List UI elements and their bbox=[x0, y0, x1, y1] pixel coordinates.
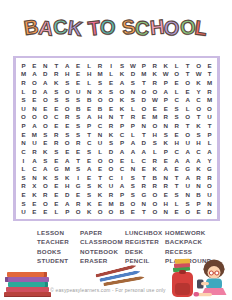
word-list-item: LESSON bbox=[37, 228, 69, 237]
grid-cell-r18c3: E bbox=[40, 207, 51, 216]
grid-cell-r7c7: A bbox=[84, 113, 95, 122]
grid-cell-r16c1: E bbox=[18, 190, 29, 199]
grid-cell-r18c4: L bbox=[51, 207, 62, 216]
grid-cell-r11c2: R bbox=[29, 147, 40, 156]
grid-cell-r17c16: S bbox=[182, 199, 193, 208]
grid-cell-r1c3: N bbox=[40, 61, 51, 70]
grid-cell-r1c14: K bbox=[160, 61, 171, 70]
grid-cell-r9c3: S bbox=[40, 130, 51, 139]
grid-cell-r12c11: L bbox=[127, 156, 138, 165]
grid-cell-r11c13: L bbox=[149, 147, 160, 156]
grid-cell-r14c12: T bbox=[138, 173, 149, 182]
grid-cell-r13c15: E bbox=[171, 164, 182, 173]
book-spine-icon bbox=[4, 292, 51, 297]
grid-cell-r3c16: O bbox=[182, 78, 193, 87]
grid-cell-r11c17: C bbox=[193, 147, 204, 156]
grid-cell-r6c6: B bbox=[73, 104, 84, 113]
grid-cell-r10c11: A bbox=[127, 138, 138, 147]
grid-cell-r16c5: D bbox=[62, 190, 73, 199]
grid-cell-r12c17: A bbox=[193, 156, 204, 165]
grid-cell-r18c6: O bbox=[73, 207, 84, 216]
grid-cell-r6c3: E bbox=[40, 104, 51, 113]
grid-cell-r16c11: S bbox=[127, 190, 138, 199]
grid-cell-r13c4: G bbox=[51, 164, 62, 173]
grid-cell-r12c13: R bbox=[149, 156, 160, 165]
grid-cell-r16c4: E bbox=[51, 190, 62, 199]
grid-cell-r13c8: E bbox=[95, 164, 106, 173]
grid-cell-r9c16: O bbox=[182, 130, 193, 139]
grid-cell-r4c12: O bbox=[138, 87, 149, 96]
grid-cell-r4c1: L bbox=[18, 87, 29, 96]
grid-cell-r15c12: R bbox=[138, 182, 149, 191]
grid-cell-r11c7: S bbox=[84, 147, 95, 156]
word-list-item: PAPER bbox=[80, 228, 123, 237]
grid-cell-r10c13: S bbox=[149, 138, 160, 147]
grid-cell-r14c17: R bbox=[193, 173, 204, 182]
word-list-item: RECESS bbox=[165, 247, 211, 256]
grid-cell-r6c14: E bbox=[160, 104, 171, 113]
grid-cell-r15c18: O bbox=[204, 182, 215, 191]
grid-cell-r6c7: E bbox=[84, 104, 95, 113]
grid-cell-r13c5: M bbox=[62, 164, 73, 173]
grid-cell-r2c5: H bbox=[62, 70, 73, 79]
grid-cell-r7c12: E bbox=[138, 113, 149, 122]
word-list-item: TEACHER bbox=[37, 237, 69, 246]
grid-cell-r14c13: B bbox=[149, 173, 160, 182]
girl-icon bbox=[194, 260, 227, 297]
grid-cell-r15c15: T bbox=[171, 182, 182, 191]
grid-cell-r15c13: R bbox=[149, 182, 160, 191]
word-list-item: HOMEWORK bbox=[165, 228, 211, 237]
grid-cell-r5c8: O bbox=[95, 95, 106, 104]
grid-cell-r5c11: S bbox=[127, 95, 138, 104]
grid-cell-r15c6: G bbox=[73, 182, 84, 191]
grid-cell-r8c10: P bbox=[117, 121, 128, 130]
grid-cell-r10c17: H bbox=[193, 138, 204, 147]
grid-cell-r17c10: B bbox=[117, 199, 128, 208]
grid-cell-r5c18: M bbox=[204, 95, 215, 104]
grid-cell-r4c14: A bbox=[160, 87, 171, 96]
grid-cell-r14c6: I bbox=[73, 173, 84, 182]
grid-cell-r9c9: K bbox=[106, 130, 117, 139]
grid-cell-r16c12: G bbox=[138, 190, 149, 199]
grid-cell-r3c18: M bbox=[204, 78, 215, 87]
grid-cell-r14c18: R bbox=[204, 173, 215, 182]
grid-cell-r4c17: Y bbox=[193, 87, 204, 96]
grid-cell-r18c18: D bbox=[204, 207, 215, 216]
grid-cell-r2c9: L bbox=[106, 70, 117, 79]
grid-cell-r13c10: C bbox=[117, 164, 128, 173]
grid-cell-r16c18: U bbox=[204, 190, 215, 199]
grid-cell-r10c15: H bbox=[171, 138, 182, 147]
grid-cell-r3c7: L bbox=[84, 78, 95, 87]
grid-cell-r17c6: R bbox=[73, 199, 84, 208]
grid-cell-r4c4: S bbox=[51, 87, 62, 96]
grid-cell-r11c6: E bbox=[73, 147, 84, 156]
grid-cell-r18c13: O bbox=[149, 207, 160, 216]
grid-cell-r12c14: E bbox=[160, 156, 171, 165]
word-list-item: LUNCHBOX bbox=[125, 228, 162, 237]
page-title: BACKTOSCHOOL bbox=[0, 12, 232, 42]
grid-cell-r9c17: S bbox=[193, 130, 204, 139]
grid-cell-r6c11: L bbox=[127, 104, 138, 113]
grid-cell-r1c13: R bbox=[149, 61, 160, 70]
grid-cell-r1c7: L bbox=[84, 61, 95, 70]
grid-cell-r5c1: S bbox=[18, 95, 29, 104]
grid-cell-r10c2: U bbox=[29, 138, 40, 147]
grid-cell-r17c11: O bbox=[127, 199, 138, 208]
grid-cell-r9c4: R bbox=[51, 130, 62, 139]
grid-cell-r16c3: R bbox=[40, 190, 51, 199]
grid-cell-r15c17: N bbox=[193, 182, 204, 191]
grid-cell-r15c5: H bbox=[62, 182, 73, 191]
grid-cell-r5c13: W bbox=[149, 95, 160, 104]
grid-cell-r17c9: M bbox=[106, 199, 117, 208]
grid-cell-r15c4: E bbox=[51, 182, 62, 191]
grid-cell-r2c13: K bbox=[149, 70, 160, 79]
word-search-board: PENTAELRISWPRKLTOEMADRHEHMLKDMKWOTWTROAK… bbox=[13, 56, 220, 221]
grid-cell-r1c5: A bbox=[62, 61, 73, 70]
grid-cell-r11c12: A bbox=[138, 147, 149, 156]
grid-cell-r10c12: D bbox=[138, 138, 149, 147]
grid-cell-r16c17: B bbox=[193, 190, 204, 199]
grid-cell-r6c16: L bbox=[182, 104, 193, 113]
grid-cell-r6c12: O bbox=[138, 104, 149, 113]
grid-cell-r6c13: E bbox=[149, 104, 160, 113]
grid-cell-r10c10: P bbox=[117, 138, 128, 147]
grid-cell-r1c8: R bbox=[95, 61, 106, 70]
backpack-icon bbox=[172, 270, 193, 297]
grid-cell-r18c17: E bbox=[193, 207, 204, 216]
grid-cell-r5c2: E bbox=[29, 95, 40, 104]
grid-cell-r8c13: O bbox=[149, 121, 160, 130]
grid-cell-r9c18: P bbox=[204, 130, 215, 139]
grid-cell-r11c14: P bbox=[160, 147, 171, 156]
grid-cell-r4c5: O bbox=[62, 87, 73, 96]
grid-cell-r3c1: R bbox=[18, 78, 29, 87]
grid-cell-r6c9: E bbox=[106, 104, 117, 113]
grid-cell-r18c2: E bbox=[29, 207, 40, 216]
grid-cell-r12c16: A bbox=[182, 156, 193, 165]
grid-cell-r15c2: X bbox=[29, 182, 40, 191]
grid-cell-r4c7: N bbox=[84, 87, 95, 96]
grid-cell-r15c7: S bbox=[84, 182, 95, 191]
grid-cell-r2c18: T bbox=[204, 70, 215, 79]
grid-cell-r8c8: C bbox=[95, 121, 106, 130]
grid-cell-r10c5: O bbox=[62, 138, 73, 147]
grid-cell-r3c5: S bbox=[62, 78, 73, 87]
grid-cell-r17c7: K bbox=[84, 199, 95, 208]
grid-cell-r7c5: R bbox=[62, 113, 73, 122]
grid-cell-r4c9: S bbox=[106, 87, 117, 96]
books-stack-image bbox=[4, 272, 51, 298]
grid-cell-r7c3: O bbox=[40, 113, 51, 122]
grid-cell-r13c11: N bbox=[127, 164, 138, 173]
grid-cell-r12c12: C bbox=[138, 156, 149, 165]
grid-cell-r1c17: O bbox=[193, 61, 204, 70]
grid-cell-r17c4: E bbox=[51, 199, 62, 208]
word-list-column: LESSONTEACHERBOOKSSTUDENT bbox=[37, 228, 69, 266]
grid-cell-r17c12: N bbox=[138, 199, 149, 208]
grid-cell-r10c14: K bbox=[160, 138, 171, 147]
grid-cell-r13c3: A bbox=[40, 164, 51, 173]
grid-cell-r1c1: P bbox=[18, 61, 29, 70]
word-list-item: BACKPACK bbox=[165, 237, 211, 246]
grid-cell-r14c3: K bbox=[40, 173, 51, 182]
grid-cell-r18c9: O bbox=[106, 207, 117, 216]
grid-cell-r9c6: S bbox=[73, 130, 84, 139]
grid-cell-r16c8: K bbox=[95, 190, 106, 199]
grid-cell-r12c10: E bbox=[117, 156, 128, 165]
grid-cell-r4c15: L bbox=[171, 87, 182, 96]
grid-cell-r12c18: Y bbox=[204, 156, 215, 165]
grid-cell-r10c6: R bbox=[73, 138, 84, 147]
grid-cell-r1c16: T bbox=[182, 61, 193, 70]
grid-cell-r7c9: N bbox=[106, 113, 117, 122]
grid-cell-r13c6: S bbox=[73, 164, 84, 173]
grid-cell-r11c4: S bbox=[51, 147, 62, 156]
grid-cell-r8c14: N bbox=[160, 121, 171, 130]
grid-cell-r18c16: O bbox=[182, 207, 193, 216]
grid-cell-r8c6: S bbox=[73, 121, 84, 130]
grid-cell-r18c1: U bbox=[18, 207, 29, 216]
grid-cell-r12c8: O bbox=[95, 156, 106, 165]
grid-cell-r11c3: K bbox=[40, 147, 51, 156]
grid-cell-r5c5: S bbox=[62, 95, 73, 104]
grid-cell-r11c9: D bbox=[106, 147, 117, 156]
grid-cell-r14c10: I bbox=[117, 173, 128, 182]
grid-cell-r8c9: R bbox=[106, 121, 117, 130]
grid-cell-r9c1: E bbox=[18, 130, 29, 139]
grid-cell-r13c9: O bbox=[106, 164, 117, 173]
grid-cell-r7c10: T bbox=[117, 113, 128, 122]
grid-cell-r3c3: A bbox=[40, 78, 51, 87]
grid-cell-r1c6: E bbox=[73, 61, 84, 70]
grid-cell-r7c18: U bbox=[204, 113, 215, 122]
grid-cell-r11c5: E bbox=[62, 147, 73, 156]
grid-cell-r9c13: H bbox=[149, 130, 160, 139]
grid-cell-r13c1: L bbox=[18, 164, 29, 173]
grid-cell-r14c15: T bbox=[171, 173, 182, 182]
grid-cell-r9c8: N bbox=[95, 130, 106, 139]
grid-cell-r9c10: C bbox=[117, 130, 128, 139]
grid-cell-r10c16: U bbox=[182, 138, 193, 147]
grid-cell-r1c12: P bbox=[138, 61, 149, 70]
grid-cell-r13c18: G bbox=[204, 164, 215, 173]
grid-cell-r8c3: O bbox=[40, 121, 51, 130]
grid-cell-r18c8: O bbox=[95, 207, 106, 216]
grid-cell-r15c1: R bbox=[18, 182, 29, 191]
grid-cell-r4c16: E bbox=[182, 87, 193, 96]
grid-cell-r17c8: E bbox=[95, 199, 106, 208]
grid-cell-r18c10: B bbox=[117, 207, 128, 216]
grid-cell-r14c1: S bbox=[18, 173, 29, 182]
grid-cell-r12c3: S bbox=[40, 156, 51, 165]
grid-cell-r16c2: K bbox=[29, 190, 40, 199]
grid-cell-r3c6: E bbox=[73, 78, 84, 87]
grid-cell-r8c16: T bbox=[182, 121, 193, 130]
grid-cell-r7c16: O bbox=[182, 113, 193, 122]
grid-cell-r2c17: W bbox=[193, 70, 204, 79]
grid-cell-r5c14: P bbox=[160, 95, 171, 104]
grid-cell-r6c17: O bbox=[193, 104, 204, 113]
grid-cell-r14c16: A bbox=[182, 173, 193, 182]
grid-cell-r2c16: T bbox=[182, 70, 193, 79]
grid-cell-r5c16: A bbox=[182, 95, 193, 104]
grid-cell-r2c1: M bbox=[18, 70, 29, 79]
grid-cell-r6c18: O bbox=[204, 104, 215, 113]
title-letter: O bbox=[99, 11, 118, 42]
grid-cell-r18c15: E bbox=[171, 207, 182, 216]
grid-cell-r15c10: A bbox=[117, 182, 128, 191]
grid-cell-r4c2: D bbox=[29, 87, 40, 96]
grid-cell-r18c14: N bbox=[160, 207, 171, 216]
grid-cell-r5c15: C bbox=[171, 95, 182, 104]
word-list-column: PAPERCLASSROOMNOTEBOOKERASER bbox=[80, 228, 123, 266]
grid-cell-r11c1: C bbox=[18, 147, 29, 156]
grid-cell-r4c6: U bbox=[73, 87, 84, 96]
grid-cell-r8c2: A bbox=[29, 121, 40, 130]
grid-cell-r12c9: O bbox=[106, 156, 117, 165]
grid-cell-r10c7: C bbox=[84, 138, 95, 147]
grid-cell-r3c15: E bbox=[171, 78, 182, 87]
grid-cell-r1c10: S bbox=[117, 61, 128, 70]
grid-cell-r5c12: D bbox=[138, 95, 149, 104]
girl-with-backpack-image bbox=[170, 257, 232, 300]
grid-cell-r9c5: S bbox=[62, 130, 73, 139]
grid-cell-r17c3: O bbox=[40, 199, 51, 208]
grid-cell-r16c16: N bbox=[182, 190, 193, 199]
grid-cell-r16c6: E bbox=[73, 190, 84, 199]
grid-cell-r18c11: E bbox=[127, 207, 138, 216]
grid-cell-r17c5: A bbox=[62, 199, 73, 208]
grid-cell-r16c7: S bbox=[84, 190, 95, 199]
grid-cell-r7c17: T bbox=[193, 113, 204, 122]
grid-cell-r16c15: S bbox=[171, 190, 182, 199]
grid-cell-r3c10: A bbox=[117, 78, 128, 87]
grid-cell-r10c3: E bbox=[40, 138, 51, 147]
grid-cell-r7c8: H bbox=[95, 113, 106, 122]
grid-cell-r4c11: N bbox=[127, 87, 138, 96]
grid-cell-r10c9: S bbox=[106, 138, 117, 147]
grid-cell-r9c15: E bbox=[171, 130, 182, 139]
grid-cell-r11c18: A bbox=[204, 147, 215, 156]
grid-cell-r8c18: T bbox=[204, 121, 215, 130]
grid-cell-r2c8: M bbox=[95, 70, 106, 79]
grid-cell-r11c10: A bbox=[117, 147, 128, 156]
grid-cell-r11c11: A bbox=[127, 147, 138, 156]
grid-cell-r7c1: O bbox=[18, 113, 29, 122]
grid-cell-r14c9: C bbox=[106, 173, 117, 182]
grid-cell-r14c5: K bbox=[62, 173, 73, 182]
grid-cell-r6c1: U bbox=[18, 104, 29, 113]
word-list-item: CLASSROOM bbox=[80, 237, 123, 246]
grid-cell-r4c13: O bbox=[149, 87, 160, 96]
grid-cell-r9c7: T bbox=[84, 130, 95, 139]
grid-cell-r7c15: S bbox=[171, 113, 182, 122]
grid-cell-r10c8: U bbox=[95, 138, 106, 147]
grid-cell-r11c15: C bbox=[171, 147, 182, 156]
grid-cell-r1c11: W bbox=[127, 61, 138, 70]
grid-cell-r10c4: R bbox=[51, 138, 62, 147]
grid-cell-r3c11: S bbox=[127, 78, 138, 87]
grid-cell-r14c4: S bbox=[51, 173, 62, 182]
grid-cell-r2c6: E bbox=[73, 70, 84, 79]
grid-cell-r5c3: O bbox=[40, 95, 51, 104]
grid-cell-r7c4: C bbox=[51, 113, 62, 122]
grid-cell-r2c2: A bbox=[29, 70, 40, 79]
grid-cell-r5c10: K bbox=[117, 95, 128, 104]
grid-cell-r7c2: O bbox=[29, 113, 40, 122]
grid-cell-r6c10: K bbox=[117, 104, 128, 113]
grid-cell-r17c17: P bbox=[193, 199, 204, 208]
grid-cell-r17c13: O bbox=[149, 199, 160, 208]
grid-cell-r9c14: S bbox=[160, 130, 171, 139]
grid-cell-r13c7: A bbox=[84, 164, 95, 173]
grid-cell-r13c2: C bbox=[29, 164, 40, 173]
grid-cell-r1c18: E bbox=[204, 61, 215, 70]
grid-cell-r12c2: A bbox=[29, 156, 40, 165]
grid-cell-r3c2: O bbox=[29, 78, 40, 87]
grid-cell-r13c13: K bbox=[149, 164, 160, 173]
grid-cell-r3c12: T bbox=[138, 78, 149, 87]
grid-cell-r2c7: H bbox=[84, 70, 95, 79]
grid-cell-r17c14: H bbox=[160, 199, 171, 208]
grid-cell-r15c11: S bbox=[127, 182, 138, 191]
grid-cell-r18c12: T bbox=[138, 207, 149, 216]
grid-cell-r16c10: P bbox=[117, 190, 128, 199]
grid-cell-r12c6: T bbox=[73, 156, 84, 165]
grid-cell-r7c11: R bbox=[127, 113, 138, 122]
grid-cell-r9c2: M bbox=[29, 130, 40, 139]
word-list-column: LUNCHBOXREGISTERDESKPENCIL bbox=[125, 228, 162, 266]
grid-cell-r17c2: E bbox=[29, 199, 40, 208]
grid-cell-r2c10: K bbox=[117, 70, 128, 79]
grid-cell-r8c5: E bbox=[62, 121, 73, 130]
word-list-item: STUDENT bbox=[37, 256, 69, 265]
grid-cell-r2c3: D bbox=[40, 70, 51, 79]
grid-cell-r5c7: B bbox=[84, 95, 95, 104]
grid-cell-r3c4: K bbox=[51, 78, 62, 87]
grid-cell-r6c5: O bbox=[62, 104, 73, 113]
grid-cell-r3c9: E bbox=[106, 78, 117, 87]
grid-cell-r4c10: O bbox=[117, 87, 128, 96]
grid-cell-r2c4: R bbox=[51, 70, 62, 79]
grid-cell-r5c6: S bbox=[73, 95, 84, 104]
word-list-item: REGISTER bbox=[125, 237, 162, 246]
grid-cell-r6c8: B bbox=[95, 104, 106, 113]
grid-cell-r2c11: D bbox=[127, 70, 138, 79]
grid-cell-r1c9: I bbox=[106, 61, 117, 70]
word-list-item: NOTEBOOK bbox=[80, 247, 123, 256]
grid-cell-r6c2: N bbox=[29, 104, 40, 113]
grid-cell-r15c3: O bbox=[40, 182, 51, 191]
grid-cell-r13c17: K bbox=[193, 164, 204, 173]
grid-cell-r17c1: S bbox=[18, 199, 29, 208]
grid-cell-r8c15: R bbox=[171, 121, 182, 130]
grid-cell-r3c13: R bbox=[149, 78, 160, 87]
grid-cell-r14c7: E bbox=[84, 173, 95, 182]
grid-cell-r3c8: S bbox=[95, 78, 106, 87]
grid-cell-r10c1: N bbox=[18, 138, 29, 147]
grid-cell-r2c14: W bbox=[160, 70, 171, 79]
grid-cell-r8c1: P bbox=[18, 121, 29, 130]
grid-cell-r1c2: E bbox=[29, 61, 40, 70]
grid-cell-r15c14: R bbox=[160, 182, 171, 191]
word-list-item: BOOKS bbox=[37, 247, 69, 256]
grid-cell-r3c14: P bbox=[160, 78, 171, 87]
grid-cell-r7c14: R bbox=[160, 113, 171, 122]
